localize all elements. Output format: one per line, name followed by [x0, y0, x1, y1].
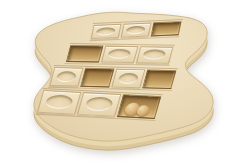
finger-dimple — [117, 72, 140, 84]
finger-dimple — [96, 27, 116, 36]
treat-well-r1c3 — [151, 21, 182, 36]
slider-cover-r1c1[interactable] — [91, 24, 122, 39]
treat-well-r2c1 — [66, 45, 104, 62]
slider-cover-r2c2[interactable] — [101, 46, 139, 63]
treat-well-r3c2 — [80, 68, 114, 88]
slider-cover-r1c2[interactable] — [121, 22, 152, 37]
puzzle-row-1 — [89, 19, 183, 41]
finger-dimple — [107, 49, 132, 59]
finger-dimple — [142, 50, 167, 60]
finger-dimple — [84, 97, 114, 112]
finger-dimple — [55, 71, 78, 83]
slider-cover-r4c2[interactable] — [77, 92, 121, 117]
slider-cover-r2c3[interactable] — [136, 46, 174, 63]
treat-well-r3c4 — [142, 69, 176, 89]
slider-cover-r3c3[interactable] — [111, 69, 145, 89]
slider-cover-r3c1[interactable] — [49, 67, 83, 87]
puzzle-row-3 — [48, 65, 178, 91]
slider-cover-r4c1[interactable] — [37, 90, 81, 115]
treat-well-r4c3 — [117, 94, 161, 119]
puzzle-board-photo — [0, 0, 240, 166]
board-rows — [0, 0, 240, 166]
puzzle-row-4 — [35, 88, 162, 121]
finger-dimple — [126, 25, 146, 34]
puzzle-row-2 — [64, 43, 175, 66]
finger-dimple — [44, 94, 74, 109]
